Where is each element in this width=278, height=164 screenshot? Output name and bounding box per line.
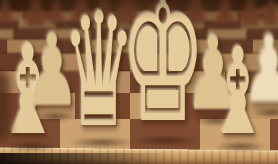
white-pawn-g2: ♟ bbox=[242, 27, 278, 113]
square-g1 bbox=[270, 119, 278, 150]
out-of-focus-piece-left-edge bbox=[0, 70, 10, 142]
chessboard-photo: ♟♟♟♟♟♟♟♟♟♟♟ ♝♟♛♚♟♝♟ bbox=[0, 0, 278, 164]
